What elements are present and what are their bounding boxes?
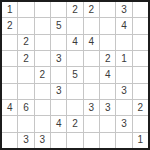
cell-r9c1-empty[interactable] [2, 133, 17, 148]
cell-r6c8-clue-3: 3 [116, 84, 131, 99]
cell-r2c4-clue-5: 5 [51, 18, 66, 33]
cell-r9c7-empty[interactable] [100, 133, 115, 148]
cell-r6c3-empty[interactable] [35, 84, 50, 99]
cell-r8c3-empty[interactable] [35, 116, 50, 131]
cell-r2c6-empty[interactable] [84, 18, 99, 33]
cell-r4c6-empty[interactable] [84, 51, 99, 66]
cell-r4c5-empty[interactable] [67, 51, 82, 66]
cell-r9c3-clue-3: 3 [35, 133, 50, 148]
cell-r9c2-clue-3: 3 [18, 133, 33, 148]
cell-r2c1-clue-2: 2 [2, 18, 17, 33]
cell-r5c8-empty[interactable] [116, 67, 131, 82]
cell-r6c5-empty[interactable] [67, 84, 82, 99]
cell-r7c8-empty[interactable] [116, 100, 131, 115]
cell-r6c6-empty[interactable] [84, 84, 99, 99]
cell-r5c9-empty[interactable] [133, 67, 148, 82]
cell-r2c2-empty[interactable] [18, 18, 33, 33]
cell-r2c3-empty[interactable] [35, 18, 50, 33]
cell-r6c2-empty[interactable] [18, 84, 33, 99]
cell-r2c7-empty[interactable] [100, 18, 115, 33]
cell-r8c6-empty[interactable] [84, 116, 99, 131]
cell-r1c2-empty[interactable] [18, 2, 33, 17]
puzzle-board: 122325424423212543346332423331 [0, 0, 150, 150]
cell-r4c9-empty[interactable] [133, 51, 148, 66]
cell-r4c4-clue-3: 3 [51, 51, 66, 66]
cell-r4c7-clue-2: 2 [100, 51, 115, 66]
cell-r1c6-clue-2: 2 [84, 2, 99, 17]
cell-r9c4-empty[interactable] [51, 133, 66, 148]
cell-r3c5-clue-4: 4 [67, 35, 82, 50]
cell-r6c7-empty[interactable] [100, 84, 115, 99]
cell-r5c5-clue-5: 5 [67, 67, 82, 82]
cell-r7c5-empty[interactable] [67, 100, 82, 115]
cell-r5c3-clue-2: 2 [35, 67, 50, 82]
cell-r9c6-empty[interactable] [84, 133, 99, 148]
cell-r3c9-empty[interactable] [133, 35, 148, 50]
cell-r1c7-empty[interactable] [100, 2, 115, 17]
cell-r5c7-clue-4: 4 [100, 67, 115, 82]
cell-r7c4-empty[interactable] [51, 100, 66, 115]
cell-r9c8-empty[interactable] [116, 133, 131, 148]
cell-r1c8-clue-3: 3 [116, 2, 131, 17]
cell-r7c2-clue-6: 6 [18, 100, 33, 115]
cell-r8c5-clue-2: 2 [67, 116, 82, 131]
cell-r7c9-clue-2: 2 [133, 100, 148, 115]
cell-r1c9-empty[interactable] [133, 2, 148, 17]
cell-r7c3-empty[interactable] [35, 100, 50, 115]
cell-r3c7-empty[interactable] [100, 35, 115, 50]
cell-r8c8-clue-3: 3 [116, 116, 131, 131]
cell-r4c1-empty[interactable] [2, 51, 17, 66]
cell-r5c6-empty[interactable] [84, 67, 99, 82]
cell-r7c7-clue-3: 3 [100, 100, 115, 115]
cell-r3c4-empty[interactable] [51, 35, 66, 50]
cell-r3c6-clue-4: 4 [84, 35, 99, 50]
cell-r3c3-empty[interactable] [35, 35, 50, 50]
cell-r4c2-clue-2: 2 [18, 51, 33, 66]
cell-r8c2-empty[interactable] [18, 116, 33, 131]
cell-r1c3-empty[interactable] [35, 2, 50, 17]
cell-r2c5-empty[interactable] [67, 18, 82, 33]
cell-r7c6-clue-3: 3 [84, 100, 99, 115]
cell-r1c5-clue-2: 2 [67, 2, 82, 17]
cell-r4c8-clue-1: 1 [116, 51, 131, 66]
cell-r1c4-empty[interactable] [51, 2, 66, 17]
cell-r5c1-empty[interactable] [2, 67, 17, 82]
cell-r1c1-clue-1: 1 [2, 2, 17, 17]
cell-r5c2-empty[interactable] [18, 67, 33, 82]
cell-r2c8-clue-4: 4 [116, 18, 131, 33]
cell-r8c4-clue-4: 4 [51, 116, 66, 131]
cell-r3c2-clue-2: 2 [18, 35, 33, 50]
cell-r8c9-empty[interactable] [133, 116, 148, 131]
cell-r6c9-empty[interactable] [133, 84, 148, 99]
cell-r3c1-empty[interactable] [2, 35, 17, 50]
cell-r8c1-empty[interactable] [2, 116, 17, 131]
cell-r9c9-clue-1: 1 [133, 133, 148, 148]
cell-r4c3-empty[interactable] [35, 51, 50, 66]
cell-r5c4-empty[interactable] [51, 67, 66, 82]
cell-r6c4-clue-3: 3 [51, 84, 66, 99]
cell-r6c1-empty[interactable] [2, 84, 17, 99]
cell-r9c5-empty[interactable] [67, 133, 82, 148]
cell-r8c7-empty[interactable] [100, 116, 115, 131]
cell-r2c9-empty[interactable] [133, 18, 148, 33]
cell-r3c8-empty[interactable] [116, 35, 131, 50]
cell-r7c1-clue-4: 4 [2, 100, 17, 115]
